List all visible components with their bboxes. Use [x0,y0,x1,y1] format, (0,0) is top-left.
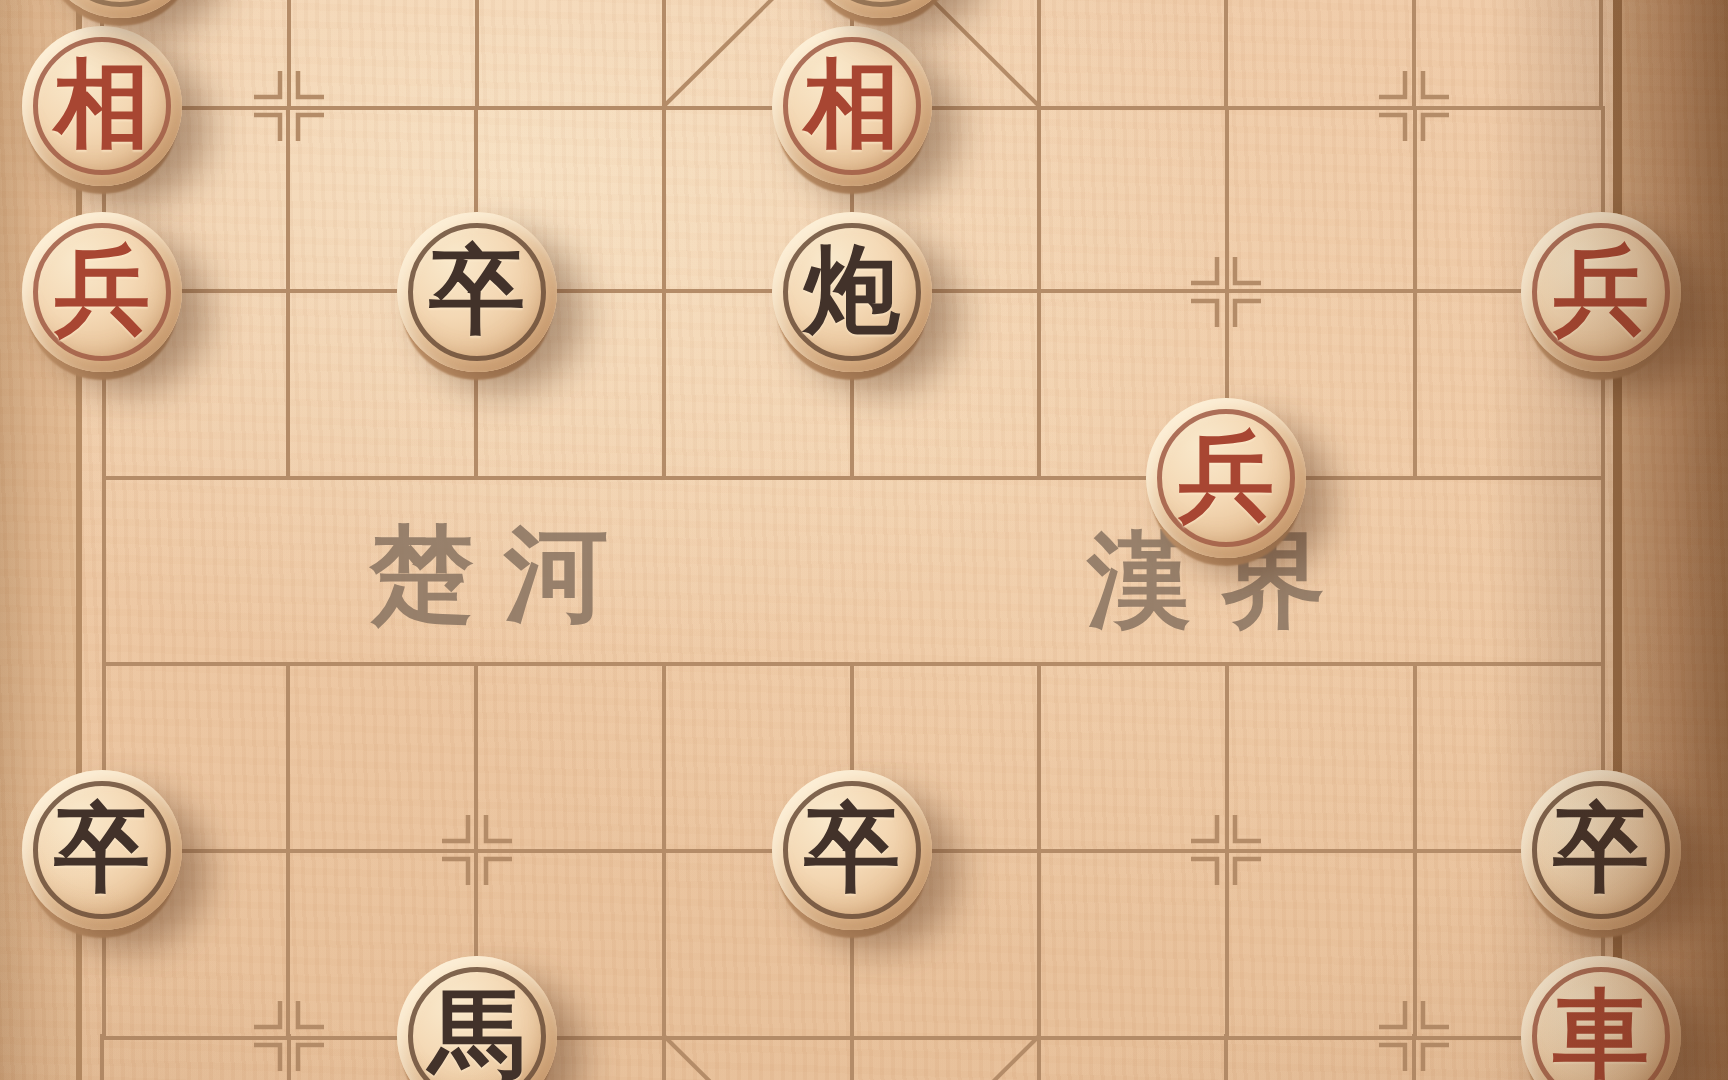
piece-glyph: 相 [804,56,900,152]
piece-red-soldier-i4[interactable]: 兵 [1521,212,1681,372]
piece-unknown-cropped-a2[interactable] [40,0,200,18]
piece-glyph: 卒 [429,242,525,338]
piece-black-soldier-i7[interactable]: 卒 [1521,770,1681,930]
piece-glyph: 兵 [1553,242,1649,338]
piece-red-elephant-a3[interactable]: 相 [22,26,182,186]
piece-glyph: 卒 [54,800,150,896]
piece-unknown-cropped-e2[interactable] [801,0,961,18]
pieces-layer: 相相兵卒炮兵兵卒卒卒馬車 [0,0,1728,1080]
piece-glyph: 兵 [54,242,150,338]
piece-black-soldier-a7[interactable]: 卒 [22,770,182,930]
piece-glyph: 相 [54,56,150,152]
piece-glyph: 馬 [429,986,525,1080]
piece-glyph: 車 [1553,986,1649,1080]
xiangqi-board: 楚河 漢界 相相兵卒炮兵兵卒卒卒馬車 [0,0,1728,1080]
piece-ring [812,0,950,7]
piece-glyph: 卒 [1553,800,1649,896]
piece-glyph: 卒 [804,800,900,896]
piece-red-soldier-a4[interactable]: 兵 [22,212,182,372]
piece-red-soldier-g5[interactable]: 兵 [1146,398,1306,558]
piece-black-soldier-c4[interactable]: 卒 [397,212,557,372]
piece-black-horse-c8[interactable]: 馬 [397,956,557,1080]
piece-black-cannon-e4[interactable]: 炮 [772,212,932,372]
piece-red-chariot-i8[interactable]: 車 [1521,956,1681,1080]
piece-glyph: 兵 [1178,428,1274,524]
piece-ring [51,0,189,7]
piece-red-elephant-e3[interactable]: 相 [772,26,932,186]
piece-black-soldier-e7[interactable]: 卒 [772,770,932,930]
piece-glyph: 炮 [804,242,900,338]
